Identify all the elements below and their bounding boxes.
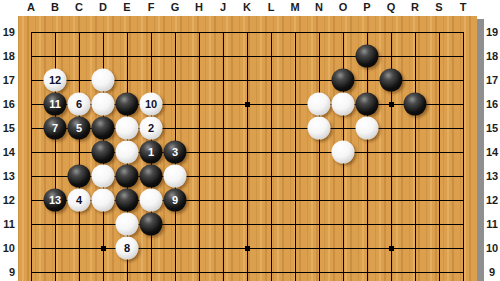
star-point <box>389 102 394 107</box>
move-number: 1 <box>148 146 154 158</box>
stone-black[interactable]: 7 <box>44 117 67 140</box>
column-labels: ABCDEFGHJKLMNOPQRST <box>0 0 500 16</box>
move-number: 2 <box>148 122 154 134</box>
row-label: 18 <box>0 49 15 63</box>
go-diagram: 12116107521313498 ABCDEFGHJKLMNOPQRST 19… <box>0 0 500 281</box>
stone-black[interactable] <box>116 93 139 116</box>
row-label: 11 <box>484 217 500 231</box>
move-number: 6 <box>76 98 82 110</box>
column-label: K <box>243 0 251 16</box>
column-label: A <box>27 0 35 16</box>
column-label: T <box>460 0 467 16</box>
stone-white[interactable] <box>92 93 115 116</box>
stone-black[interactable] <box>356 45 379 68</box>
column-label: G <box>171 0 180 16</box>
stone-black[interactable] <box>116 165 139 188</box>
star-point <box>245 102 250 107</box>
column-label: F <box>148 0 155 16</box>
star-point <box>245 246 250 251</box>
stone-black[interactable]: 3 <box>164 141 187 164</box>
stone-black[interactable] <box>380 69 403 92</box>
stone-white[interactable] <box>116 213 139 236</box>
column-label: S <box>435 0 442 16</box>
grid-line-vertical <box>415 32 416 281</box>
row-label: 11 <box>0 217 15 231</box>
row-label: 10 <box>0 241 15 255</box>
stone-white[interactable]: 6 <box>68 93 91 116</box>
star-point <box>101 246 106 251</box>
row-label: 9 <box>0 265 15 279</box>
stone-black[interactable] <box>140 213 163 236</box>
stone-black[interactable] <box>92 141 115 164</box>
grid-line-vertical <box>31 32 32 281</box>
row-label: 17 <box>0 73 15 87</box>
stone-white[interactable]: 8 <box>116 237 139 260</box>
stone-white[interactable] <box>356 117 379 140</box>
row-label: 18 <box>484 49 500 63</box>
stone-black[interactable] <box>140 165 163 188</box>
stone-white[interactable] <box>164 165 187 188</box>
stone-black[interactable] <box>116 189 139 212</box>
grid-line-vertical <box>439 32 440 281</box>
move-number: 13 <box>49 194 61 206</box>
board-shadow <box>477 19 484 281</box>
grid-line-horizontal <box>31 32 464 33</box>
move-number: 11 <box>49 98 61 110</box>
stone-white[interactable] <box>92 69 115 92</box>
row-label: 14 <box>484 145 500 159</box>
column-label: M <box>290 0 299 16</box>
stone-black[interactable]: 13 <box>44 189 67 212</box>
stone-black[interactable] <box>332 69 355 92</box>
row-label: 17 <box>484 73 500 87</box>
move-number: 5 <box>76 122 82 134</box>
row-label: 16 <box>0 97 15 111</box>
row-label: 16 <box>484 97 500 111</box>
stone-black[interactable]: 11 <box>44 93 67 116</box>
column-label: O <box>339 0 348 16</box>
row-label: 12 <box>0 193 15 207</box>
grid-line-vertical <box>271 32 272 281</box>
stone-white[interactable] <box>92 165 115 188</box>
row-label: 13 <box>484 169 500 183</box>
stone-black[interactable] <box>92 117 115 140</box>
grid-line-vertical <box>199 32 200 281</box>
stone-black[interactable] <box>404 93 427 116</box>
stone-black[interactable]: 9 <box>164 189 187 212</box>
column-label: H <box>195 0 203 16</box>
stone-white[interactable] <box>332 93 355 116</box>
stone-white[interactable]: 12 <box>44 69 67 92</box>
row-label: 15 <box>0 121 15 135</box>
row-label: 14 <box>0 145 15 159</box>
column-label: R <box>411 0 419 16</box>
grid-line-vertical <box>79 32 80 281</box>
grid-line-horizontal <box>31 56 464 57</box>
stone-white[interactable] <box>308 117 331 140</box>
stone-white[interactable]: 4 <box>68 189 91 212</box>
move-number: 12 <box>49 74 61 86</box>
column-label: C <box>75 0 83 16</box>
move-number: 8 <box>124 242 130 254</box>
stone-white[interactable] <box>92 189 115 212</box>
row-label: 12 <box>484 193 500 207</box>
stone-white[interactable] <box>308 93 331 116</box>
row-label: 15 <box>484 121 500 135</box>
star-point <box>389 246 394 251</box>
grid-line-vertical <box>223 32 224 281</box>
stone-black[interactable] <box>68 165 91 188</box>
grid-line-vertical <box>295 32 296 281</box>
row-label: 10 <box>484 241 500 255</box>
stone-white[interactable] <box>116 117 139 140</box>
column-label: N <box>315 0 323 16</box>
row-labels-left: 191817161514131211109 <box>0 0 18 281</box>
move-number: 4 <box>76 194 82 206</box>
row-label: 9 <box>484 265 500 279</box>
move-number: 7 <box>52 122 58 134</box>
move-number: 10 <box>145 98 157 110</box>
grid-line-vertical <box>247 32 248 281</box>
row-label: 19 <box>484 25 500 39</box>
column-label: Q <box>387 0 396 16</box>
row-labels-right: 191817161514131211109 <box>484 0 500 281</box>
stone-black[interactable] <box>356 93 379 116</box>
grid-line-vertical <box>463 32 464 281</box>
stone-white[interactable] <box>116 141 139 164</box>
go-board[interactable]: 12116107521313498 <box>18 16 477 281</box>
move-number: 9 <box>172 194 178 206</box>
move-number: 3 <box>172 146 178 158</box>
stone-black[interactable]: 5 <box>68 117 91 140</box>
stone-white[interactable] <box>140 189 163 212</box>
grid-line-horizontal <box>31 224 464 225</box>
column-label: L <box>268 0 275 16</box>
stone-black[interactable]: 1 <box>140 141 163 164</box>
row-label: 19 <box>0 25 15 39</box>
grid-line-horizontal <box>31 272 464 273</box>
grid-line-vertical <box>319 32 320 281</box>
row-label: 13 <box>0 169 15 183</box>
stone-white[interactable] <box>332 141 355 164</box>
column-label: D <box>99 0 107 16</box>
grid-line-vertical <box>367 32 368 281</box>
column-label: B <box>51 0 59 16</box>
column-label: E <box>123 0 130 16</box>
column-label: P <box>363 0 370 16</box>
stone-white[interactable]: 10 <box>140 93 163 116</box>
column-label: J <box>220 0 226 16</box>
stone-white[interactable]: 2 <box>140 117 163 140</box>
